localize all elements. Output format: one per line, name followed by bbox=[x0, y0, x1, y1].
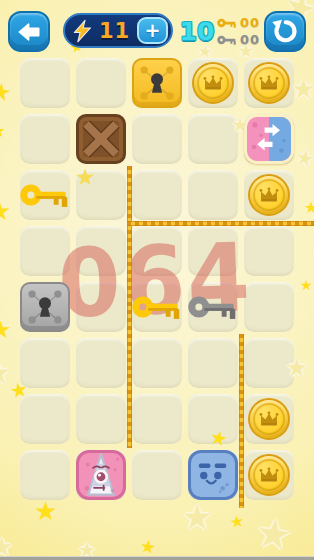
yellow-key-counter: 00 bbox=[217, 15, 265, 30]
board-cell bbox=[132, 394, 182, 444]
piece-lock-gray-r5c1 bbox=[20, 282, 70, 332]
star-decoration: ★ bbox=[304, 200, 314, 216]
star-decoration: ★ bbox=[229, 513, 245, 531]
star-decoration: ★ bbox=[0, 198, 11, 224]
star-decoration: ★ bbox=[182, 500, 212, 534]
piece-key-yellow-r5c3[interactable] bbox=[132, 282, 182, 332]
star-decoration: ★ bbox=[294, 146, 314, 169]
star-decoration: ★ bbox=[75, 166, 96, 189]
piece-lock-yellow-r1c3 bbox=[132, 58, 182, 108]
add-energy-button[interactable]: + bbox=[137, 17, 168, 44]
back-arrow-icon bbox=[14, 17, 44, 47]
piece-crate-r2c2[interactable] bbox=[76, 114, 126, 164]
board-cell bbox=[20, 394, 70, 444]
gray-key-icon bbox=[217, 34, 237, 46]
star-decoration: ★ bbox=[292, 76, 314, 102]
board-cell bbox=[76, 394, 126, 444]
star-decoration: ★ bbox=[0, 79, 13, 106]
piece-coin-r7c5 bbox=[244, 394, 294, 444]
key-counters: 00 00 bbox=[217, 15, 265, 49]
yellow-key-icon bbox=[217, 17, 237, 29]
board-cell bbox=[132, 114, 182, 164]
board-cell bbox=[188, 114, 238, 164]
board-cell bbox=[76, 338, 126, 388]
board-cell bbox=[20, 338, 70, 388]
board-cell bbox=[132, 338, 182, 388]
piece-coin-r1c5 bbox=[244, 58, 294, 108]
board-cell bbox=[188, 338, 238, 388]
piece-coin-r3c5 bbox=[244, 170, 294, 220]
yellow-key-count: 00 bbox=[240, 15, 260, 30]
star-decoration: ★ bbox=[139, 537, 157, 557]
board-cell bbox=[20, 114, 70, 164]
piece-coin-r1c4 bbox=[188, 58, 238, 108]
star-decoration: ★ bbox=[253, 512, 294, 557]
screen-bottom-edge bbox=[0, 556, 314, 560]
gray-key-counter: 00 bbox=[217, 32, 265, 47]
board-cell bbox=[132, 170, 182, 220]
lightning-icon bbox=[72, 18, 92, 44]
piece-face-blue-r8c4[interactable] bbox=[188, 450, 238, 500]
restart-icon bbox=[270, 17, 300, 47]
star-decoration: ★ bbox=[0, 318, 12, 342]
board-cell bbox=[188, 170, 238, 220]
restart-button[interactable] bbox=[264, 11, 306, 52]
piece-coin-r8c5 bbox=[244, 450, 294, 500]
star-decoration: ★ bbox=[8, 379, 29, 402]
board-cell bbox=[20, 450, 70, 500]
moves-counter: 10 bbox=[179, 17, 215, 46]
star-decoration: ★ bbox=[286, 356, 308, 380]
piece-key-yellow-r3c1[interactable] bbox=[20, 170, 70, 220]
rope-barrier bbox=[127, 221, 315, 226]
star-decoration: ★ bbox=[34, 498, 57, 524]
board-cell bbox=[20, 58, 70, 108]
star-decoration: ★ bbox=[300, 278, 313, 292]
game-screen: ★ ★ ★ ★ ★ ★ ★ ★ ★ ★ ★ ★ ★ ★ ★ ★ ★ ★ ★ ★ … bbox=[0, 0, 314, 560]
piece-swap-r2c5[interactable] bbox=[244, 114, 294, 164]
piece-monster-pink-r8c2[interactable] bbox=[76, 450, 126, 500]
energy-value: 11 bbox=[92, 19, 137, 43]
board-cell bbox=[132, 450, 182, 500]
gray-key-count: 00 bbox=[240, 32, 260, 47]
star-decoration: ★ bbox=[0, 122, 6, 140]
back-button[interactable] bbox=[8, 11, 50, 52]
board-cell bbox=[76, 58, 126, 108]
piece-key-gray-r5c4[interactable] bbox=[188, 282, 238, 332]
rope-barrier bbox=[239, 334, 244, 508]
energy-counter[interactable]: 11 + bbox=[63, 13, 173, 48]
rope-barrier bbox=[127, 166, 132, 448]
top-hud: 11 + 10 00 00 bbox=[0, 0, 314, 62]
